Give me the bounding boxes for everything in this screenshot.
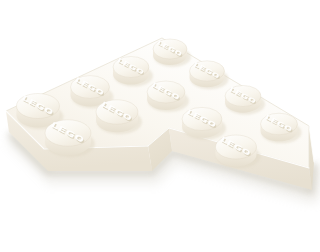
lego-plate-photo: LEGOLEGOLEGOLEGOLEGOLEGOLEGOLEGOLEGOLEGO… xyxy=(0,0,320,252)
product-photo-canvas: LEGOLEGOLEGOLEGOLEGOLEGOLEGOLEGOLEGOLEGO… xyxy=(0,0,320,252)
